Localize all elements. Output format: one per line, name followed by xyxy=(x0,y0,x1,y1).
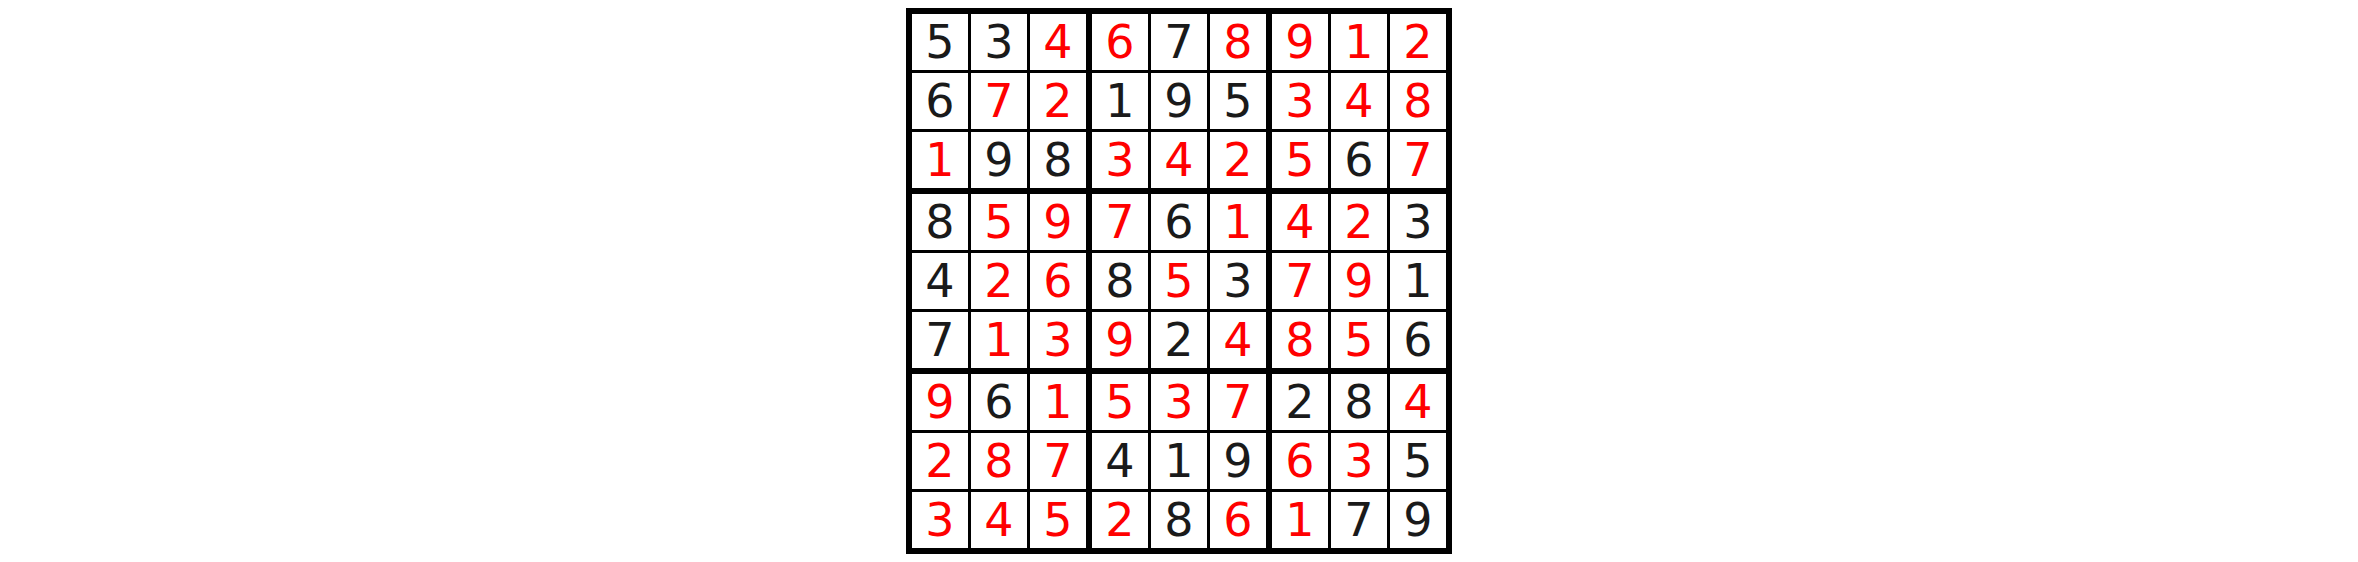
cell-r3c4[interactable]: 3 xyxy=(1092,132,1148,188)
cell-r6c7[interactable]: 8 xyxy=(1272,312,1328,368)
cell-r2c5[interactable]: 9 xyxy=(1151,73,1207,129)
cell-r8c9[interactable]: 5 xyxy=(1390,433,1446,489)
cell-r3c1[interactable]: 1 xyxy=(912,132,968,188)
cell-r7c3[interactable]: 1 xyxy=(1030,374,1086,430)
cell-r2c4[interactable]: 1 xyxy=(1092,73,1148,129)
cell-r2c1[interactable]: 6 xyxy=(912,73,968,129)
cell-r5c3[interactable]: 6 xyxy=(1030,253,1086,309)
cell-r5c5[interactable]: 5 xyxy=(1151,253,1207,309)
cell-r9c8[interactable]: 7 xyxy=(1331,492,1387,548)
cell-r6c8[interactable]: 5 xyxy=(1331,312,1387,368)
cell-r2c7[interactable]: 3 xyxy=(1272,73,1328,129)
box-3: 912348567 xyxy=(1272,14,1446,188)
cell-r6c4[interactable]: 9 xyxy=(1092,312,1148,368)
cell-r4c2[interactable]: 5 xyxy=(971,194,1027,250)
cell-r8c3[interactable]: 7 xyxy=(1030,433,1086,489)
box-2: 678195342 xyxy=(1092,14,1266,188)
cell-r3c7[interactable]: 5 xyxy=(1272,132,1328,188)
cell-r3c5[interactable]: 4 xyxy=(1151,132,1207,188)
cell-r6c2[interactable]: 1 xyxy=(971,312,1027,368)
cell-r4c1[interactable]: 8 xyxy=(912,194,968,250)
cell-r8c6[interactable]: 9 xyxy=(1210,433,1266,489)
cell-r2c2[interactable]: 7 xyxy=(971,73,1027,129)
box-4: 859426713 xyxy=(912,194,1086,368)
cell-r9c4[interactable]: 2 xyxy=(1092,492,1148,548)
cell-r5c7[interactable]: 7 xyxy=(1272,253,1328,309)
cell-r2c3[interactable]: 2 xyxy=(1030,73,1086,129)
sudoku-board: 5346721986781953429123485678594267137618… xyxy=(906,8,1452,554)
cell-r8c1[interactable]: 2 xyxy=(912,433,968,489)
cell-r5c6[interactable]: 3 xyxy=(1210,253,1266,309)
cell-r2c6[interactable]: 5 xyxy=(1210,73,1266,129)
cell-r7c4[interactable]: 5 xyxy=(1092,374,1148,430)
cell-r9c6[interactable]: 6 xyxy=(1210,492,1266,548)
box-1: 534672198 xyxy=(912,14,1086,188)
cell-r8c2[interactable]: 8 xyxy=(971,433,1027,489)
cell-r7c6[interactable]: 7 xyxy=(1210,374,1266,430)
cell-r7c2[interactable]: 6 xyxy=(971,374,1027,430)
cell-r4c6[interactable]: 1 xyxy=(1210,194,1266,250)
cell-r1c7[interactable]: 9 xyxy=(1272,14,1328,70)
cell-r6c9[interactable]: 6 xyxy=(1390,312,1446,368)
cell-r3c6[interactable]: 2 xyxy=(1210,132,1266,188)
cell-r7c9[interactable]: 4 xyxy=(1390,374,1446,430)
cell-r6c5[interactable]: 2 xyxy=(1151,312,1207,368)
cell-r1c1[interactable]: 5 xyxy=(912,14,968,70)
cell-r8c7[interactable]: 6 xyxy=(1272,433,1328,489)
cell-r4c5[interactable]: 6 xyxy=(1151,194,1207,250)
cell-r6c1[interactable]: 7 xyxy=(912,312,968,368)
cell-r4c3[interactable]: 9 xyxy=(1030,194,1086,250)
cell-r1c3[interactable]: 4 xyxy=(1030,14,1086,70)
cell-r1c6[interactable]: 8 xyxy=(1210,14,1266,70)
cell-r3c3[interactable]: 8 xyxy=(1030,132,1086,188)
cell-r9c7[interactable]: 1 xyxy=(1272,492,1328,548)
cell-r5c2[interactable]: 2 xyxy=(971,253,1027,309)
cell-r8c5[interactable]: 1 xyxy=(1151,433,1207,489)
cell-r1c8[interactable]: 1 xyxy=(1331,14,1387,70)
cell-r6c3[interactable]: 3 xyxy=(1030,312,1086,368)
cell-r7c5[interactable]: 3 xyxy=(1151,374,1207,430)
cell-r5c1[interactable]: 4 xyxy=(912,253,968,309)
cell-r9c9[interactable]: 9 xyxy=(1390,492,1446,548)
cell-r3c9[interactable]: 7 xyxy=(1390,132,1446,188)
cell-r5c9[interactable]: 1 xyxy=(1390,253,1446,309)
cell-r9c1[interactable]: 3 xyxy=(912,492,968,548)
cell-r7c1[interactable]: 9 xyxy=(912,374,968,430)
cell-r6c6[interactable]: 4 xyxy=(1210,312,1266,368)
cell-r3c2[interactable]: 9 xyxy=(971,132,1027,188)
cell-r8c8[interactable]: 3 xyxy=(1331,433,1387,489)
box-9: 284635179 xyxy=(1272,374,1446,548)
cell-r4c4[interactable]: 7 xyxy=(1092,194,1148,250)
cell-r4c7[interactable]: 4 xyxy=(1272,194,1328,250)
cell-r7c8[interactable]: 8 xyxy=(1331,374,1387,430)
box-5: 761853924 xyxy=(1092,194,1266,368)
box-6: 423791856 xyxy=(1272,194,1446,368)
cell-r7c7[interactable]: 2 xyxy=(1272,374,1328,430)
cell-r5c8[interactable]: 9 xyxy=(1331,253,1387,309)
cell-r1c2[interactable]: 3 xyxy=(971,14,1027,70)
cell-r9c3[interactable]: 5 xyxy=(1030,492,1086,548)
cell-r3c8[interactable]: 6 xyxy=(1331,132,1387,188)
cell-r1c9[interactable]: 2 xyxy=(1390,14,1446,70)
cell-r2c9[interactable]: 8 xyxy=(1390,73,1446,129)
cell-r2c8[interactable]: 4 xyxy=(1331,73,1387,129)
cell-r1c4[interactable]: 6 xyxy=(1092,14,1148,70)
cell-r4c8[interactable]: 2 xyxy=(1331,194,1387,250)
box-8: 537419286 xyxy=(1092,374,1266,548)
cell-r4c9[interactable]: 3 xyxy=(1390,194,1446,250)
cell-r9c5[interactable]: 8 xyxy=(1151,492,1207,548)
cell-r5c4[interactable]: 8 xyxy=(1092,253,1148,309)
box-7: 961287345 xyxy=(912,374,1086,548)
cell-r8c4[interactable]: 4 xyxy=(1092,433,1148,489)
cell-r9c2[interactable]: 4 xyxy=(971,492,1027,548)
cell-r1c5[interactable]: 7 xyxy=(1151,14,1207,70)
